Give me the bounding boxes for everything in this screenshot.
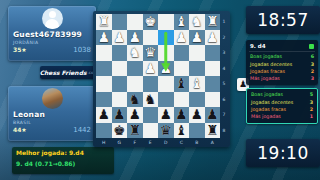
move-quality-panel-top: 9. d4 Boas jogadas6Jogadas decentes3Joga… — [246, 40, 318, 85]
quality-label: Jogadas decentes — [250, 62, 292, 67]
piece-white-pawn-h2[interactable]: ♟ — [98, 31, 110, 45]
square-b1[interactable]: ♞ — [189, 14, 205, 30]
piece-black-knight-e6[interactable]: ♞ — [144, 93, 156, 107]
piece-white-knight-b1[interactable]: ♞ — [191, 15, 203, 29]
clock-bottom: 19:10 — [246, 139, 320, 167]
square-h3[interactable] — [96, 45, 112, 61]
square-h6[interactable] — [96, 92, 112, 108]
piece-white-bishop-b5[interactable]: ♝ — [191, 77, 203, 91]
piece-black-queen-d8[interactable]: ♛ — [160, 124, 172, 138]
piece-black-pawn-c7[interactable]: ♟ — [175, 108, 187, 122]
square-e2[interactable] — [143, 30, 159, 46]
chess-board[interactable]: ♜♚♝♞♜♟♟♟♟♟♟♞♛♟♟♝♝♞♞♟♟♟♟♟♟♟♚♜♛♝♜ — [96, 14, 220, 138]
clock-top: 18:57 — [246, 6, 320, 34]
quality-label: Jogadas fracas — [250, 69, 285, 74]
square-b5[interactable]: ♝ — [189, 76, 205, 92]
square-f2[interactable]: ♟ — [127, 30, 143, 46]
avatar-top-icon — [42, 8, 63, 29]
quality-row-0: Boas jogadas5 — [250, 91, 314, 98]
chess-board-frame: ♜♚♝♞♜♟♟♟♟♟♟♞♛♟♟♝♝♞♞♟♟♟♟♟♟♟♚♜♛♝♜ 12345678… — [93, 11, 230, 147]
quality-label: Boas jogadas — [251, 92, 283, 97]
piece-white-rook-h1[interactable]: ♜ — [98, 15, 110, 29]
square-d2[interactable] — [158, 30, 174, 46]
square-b7[interactable]: ♟ — [189, 107, 205, 123]
piece-black-rook-f8[interactable]: ♜ — [129, 124, 141, 138]
logo-text-left: Chess — [40, 69, 60, 76]
quality-label: Más jogadas — [251, 114, 281, 119]
square-g1[interactable] — [112, 14, 128, 30]
player-rating-top: 1038 — [73, 46, 91, 54]
square-g7[interactable]: ♟ — [112, 107, 128, 123]
square-d1[interactable] — [158, 14, 174, 30]
best-move-label: Melhor jogada: 9.d4 — [16, 149, 110, 156]
square-a7[interactable]: ♟ — [205, 107, 221, 123]
square-c3[interactable] — [174, 45, 190, 61]
square-f6[interactable]: ♞ — [127, 92, 143, 108]
player-country-top: JORDÂNIA — [13, 40, 91, 45]
square-a4[interactable] — [205, 61, 221, 77]
square-b4[interactable] — [189, 61, 205, 77]
square-d4[interactable]: ♟ — [158, 61, 174, 77]
square-a2[interactable]: ♟ — [205, 30, 221, 46]
piece-black-pawn-b7[interactable]: ♟ — [191, 108, 203, 122]
quality-count: 1 — [310, 114, 313, 119]
square-c8[interactable]: ♝ — [174, 123, 190, 139]
player-stars-bottom: 44★ — [13, 126, 27, 133]
quality-count: 3 — [311, 76, 314, 81]
quality-row-0: Boas jogadas6 — [249, 53, 315, 60]
square-g6[interactable] — [112, 92, 128, 108]
last-move-label: 9. d4 — [250, 43, 266, 49]
piece-white-pawn-c2[interactable]: ♟ — [175, 31, 187, 45]
rank-labels: 12345678 — [220, 14, 228, 138]
quality-label: Más jogadas — [250, 76, 280, 81]
move-quality-chip — [309, 44, 314, 49]
file-labels: HGFEDCBA — [96, 139, 220, 146]
square-g2[interactable]: ♟ — [112, 30, 128, 46]
piece-black-king-g8[interactable]: ♚ — [113, 124, 125, 138]
square-a1[interactable]: ♜ — [205, 14, 221, 30]
quality-rows-bottom: Boas jogadas5Jogadas decentes3Jogadas fr… — [250, 91, 314, 121]
player-card-top[interactable]: Guest46783999 JORDÂNIA 35★ 1038 — [8, 6, 96, 61]
piece-white-pawn-g2[interactable]: ♟ — [113, 31, 125, 45]
square-a3[interactable] — [205, 45, 221, 61]
square-d5[interactable] — [158, 76, 174, 92]
square-b2[interactable]: ♟ — [189, 30, 205, 46]
piece-black-pawn-f7[interactable]: ♟ — [129, 108, 141, 122]
square-f3[interactable]: ♞ — [127, 45, 143, 61]
quality-label: Jogadas decentes — [251, 100, 293, 105]
square-f8[interactable]: ♜ — [127, 123, 143, 139]
square-h2[interactable]: ♟ — [96, 30, 112, 46]
square-d7[interactable]: ♟ — [158, 107, 174, 123]
piece-white-knight-f3[interactable]: ♞ — [129, 46, 141, 60]
player-country-bottom: BRASIL — [13, 120, 91, 125]
square-e1[interactable]: ♚ — [143, 14, 159, 30]
player-stars-top: 35★ — [13, 46, 27, 53]
player-rating-bottom: 1442 — [73, 126, 91, 134]
piece-black-pawn-a7[interactable]: ♟ — [206, 108, 218, 122]
square-h4[interactable] — [96, 61, 112, 77]
quality-row-1: Jogadas decentes3 — [250, 98, 314, 105]
square-g3[interactable] — [112, 45, 128, 61]
square-c4[interactable] — [174, 61, 190, 77]
piece-white-king-e1[interactable]: ♚ — [144, 15, 156, 29]
move-quality-panel-bottom: Boas jogadas5Jogadas decentes3Jogadas fr… — [246, 88, 318, 124]
piece-black-pawn-h7[interactable]: ♟ — [98, 108, 110, 122]
quality-row-1: Jogadas decentes3 — [249, 60, 315, 67]
square-b3[interactable] — [189, 45, 205, 61]
square-e4[interactable]: ♟ — [143, 61, 159, 77]
square-d8[interactable]: ♛ — [158, 123, 174, 139]
quality-count: 3 — [311, 62, 314, 67]
chessfriends-logo[interactable]: Chess Friends .com — [40, 66, 97, 79]
piece-white-queen-e3[interactable]: ♛ — [144, 46, 156, 60]
piece-black-bishop-c8[interactable]: ♝ — [175, 124, 187, 138]
eval-change-label: 9. d4 (0.71→0.86) — [16, 160, 110, 167]
piece-white-bishop-c1[interactable]: ♝ — [175, 15, 187, 29]
player-card-bottom[interactable]: Leonan BRASIL 44★ 1442 — [8, 86, 96, 141]
square-h5[interactable] — [96, 76, 112, 92]
square-d3[interactable] — [158, 45, 174, 61]
square-a5[interactable] — [205, 76, 221, 92]
square-b6[interactable] — [189, 92, 205, 108]
square-e7[interactable] — [143, 107, 159, 123]
square-c2[interactable]: ♟ — [174, 30, 190, 46]
square-a6[interactable] — [205, 92, 221, 108]
square-f4[interactable] — [127, 61, 143, 77]
quality-count: 6 — [311, 54, 314, 59]
square-g5[interactable] — [112, 76, 128, 92]
square-e5[interactable] — [143, 76, 159, 92]
quality-rows-top: Boas jogadas6Jogadas decentes3Jogadas fr… — [249, 53, 315, 83]
piece-black-pawn-d7[interactable]: ♟ — [160, 108, 172, 122]
square-f5[interactable] — [127, 76, 143, 92]
square-h1[interactable]: ♜ — [96, 14, 112, 30]
square-b8[interactable] — [189, 123, 205, 139]
square-a8[interactable]: ♜ — [205, 123, 221, 139]
player-name-bottom: Leonan — [13, 110, 91, 119]
quality-row-2: Jogadas fracas2 — [249, 68, 315, 75]
piece-black-knight-f6[interactable]: ♞ — [129, 93, 141, 107]
square-c1[interactable]: ♝ — [174, 14, 190, 30]
quality-row-3: Más jogadas1 — [250, 113, 314, 120]
piece-white-pawn-a2[interactable]: ♟ — [206, 31, 218, 45]
quality-count: 3 — [310, 100, 313, 105]
square-g8[interactable]: ♚ — [112, 123, 128, 139]
piece-white-pawn-d4[interactable]: ♟ — [160, 62, 172, 76]
square-h8[interactable] — [96, 123, 112, 139]
quality-label: Boas jogadas — [250, 54, 282, 59]
quality-count: 2 — [310, 107, 313, 112]
avatar-bottom-photo — [42, 88, 63, 109]
square-f7[interactable]: ♟ — [127, 107, 143, 123]
square-c5[interactable]: ♝ — [174, 76, 190, 92]
square-e6[interactable]: ♞ — [143, 92, 159, 108]
square-h7[interactable]: ♟ — [96, 107, 112, 123]
square-e3[interactable]: ♛ — [143, 45, 159, 61]
quality-row-3: Más jogadas3 — [249, 75, 315, 82]
piece-black-pawn-g7[interactable]: ♟ — [113, 108, 125, 122]
piece-white-pawn-f2[interactable]: ♟ — [129, 31, 141, 45]
quality-row-2: Jogadas fracas2 — [250, 106, 314, 113]
player-name-top: Guest46783999 — [13, 30, 91, 39]
square-f1[interactable] — [127, 14, 143, 30]
quality-count: 2 — [311, 69, 314, 74]
piece-black-bishop-c5[interactable]: ♝ — [175, 77, 187, 91]
piece-white-pawn-b2[interactable]: ♟ — [191, 31, 203, 45]
quality-label: Jogadas fracas — [251, 107, 286, 112]
quality-count: 5 — [310, 92, 313, 97]
square-g4[interactable] — [112, 61, 128, 77]
app-window: Guest46783999 JORDÂNIA 35★ 1038 Chess Fr… — [0, 0, 320, 180]
square-e8[interactable] — [143, 123, 159, 139]
square-c7[interactable]: ♟ — [174, 107, 190, 123]
best-move-panel: Melhor jogada: 9.d4 9. d4 (0.71→0.86) — [12, 147, 114, 174]
piece-white-pawn-e4[interactable]: ♟ — [144, 62, 156, 76]
square-c6[interactable] — [174, 92, 190, 108]
logo-text-right: Friends — [62, 69, 87, 76]
square-d6[interactable] — [158, 92, 174, 108]
piece-white-rook-a1[interactable]: ♜ — [206, 15, 218, 29]
piece-black-rook-a8[interactable]: ♜ — [206, 124, 218, 138]
